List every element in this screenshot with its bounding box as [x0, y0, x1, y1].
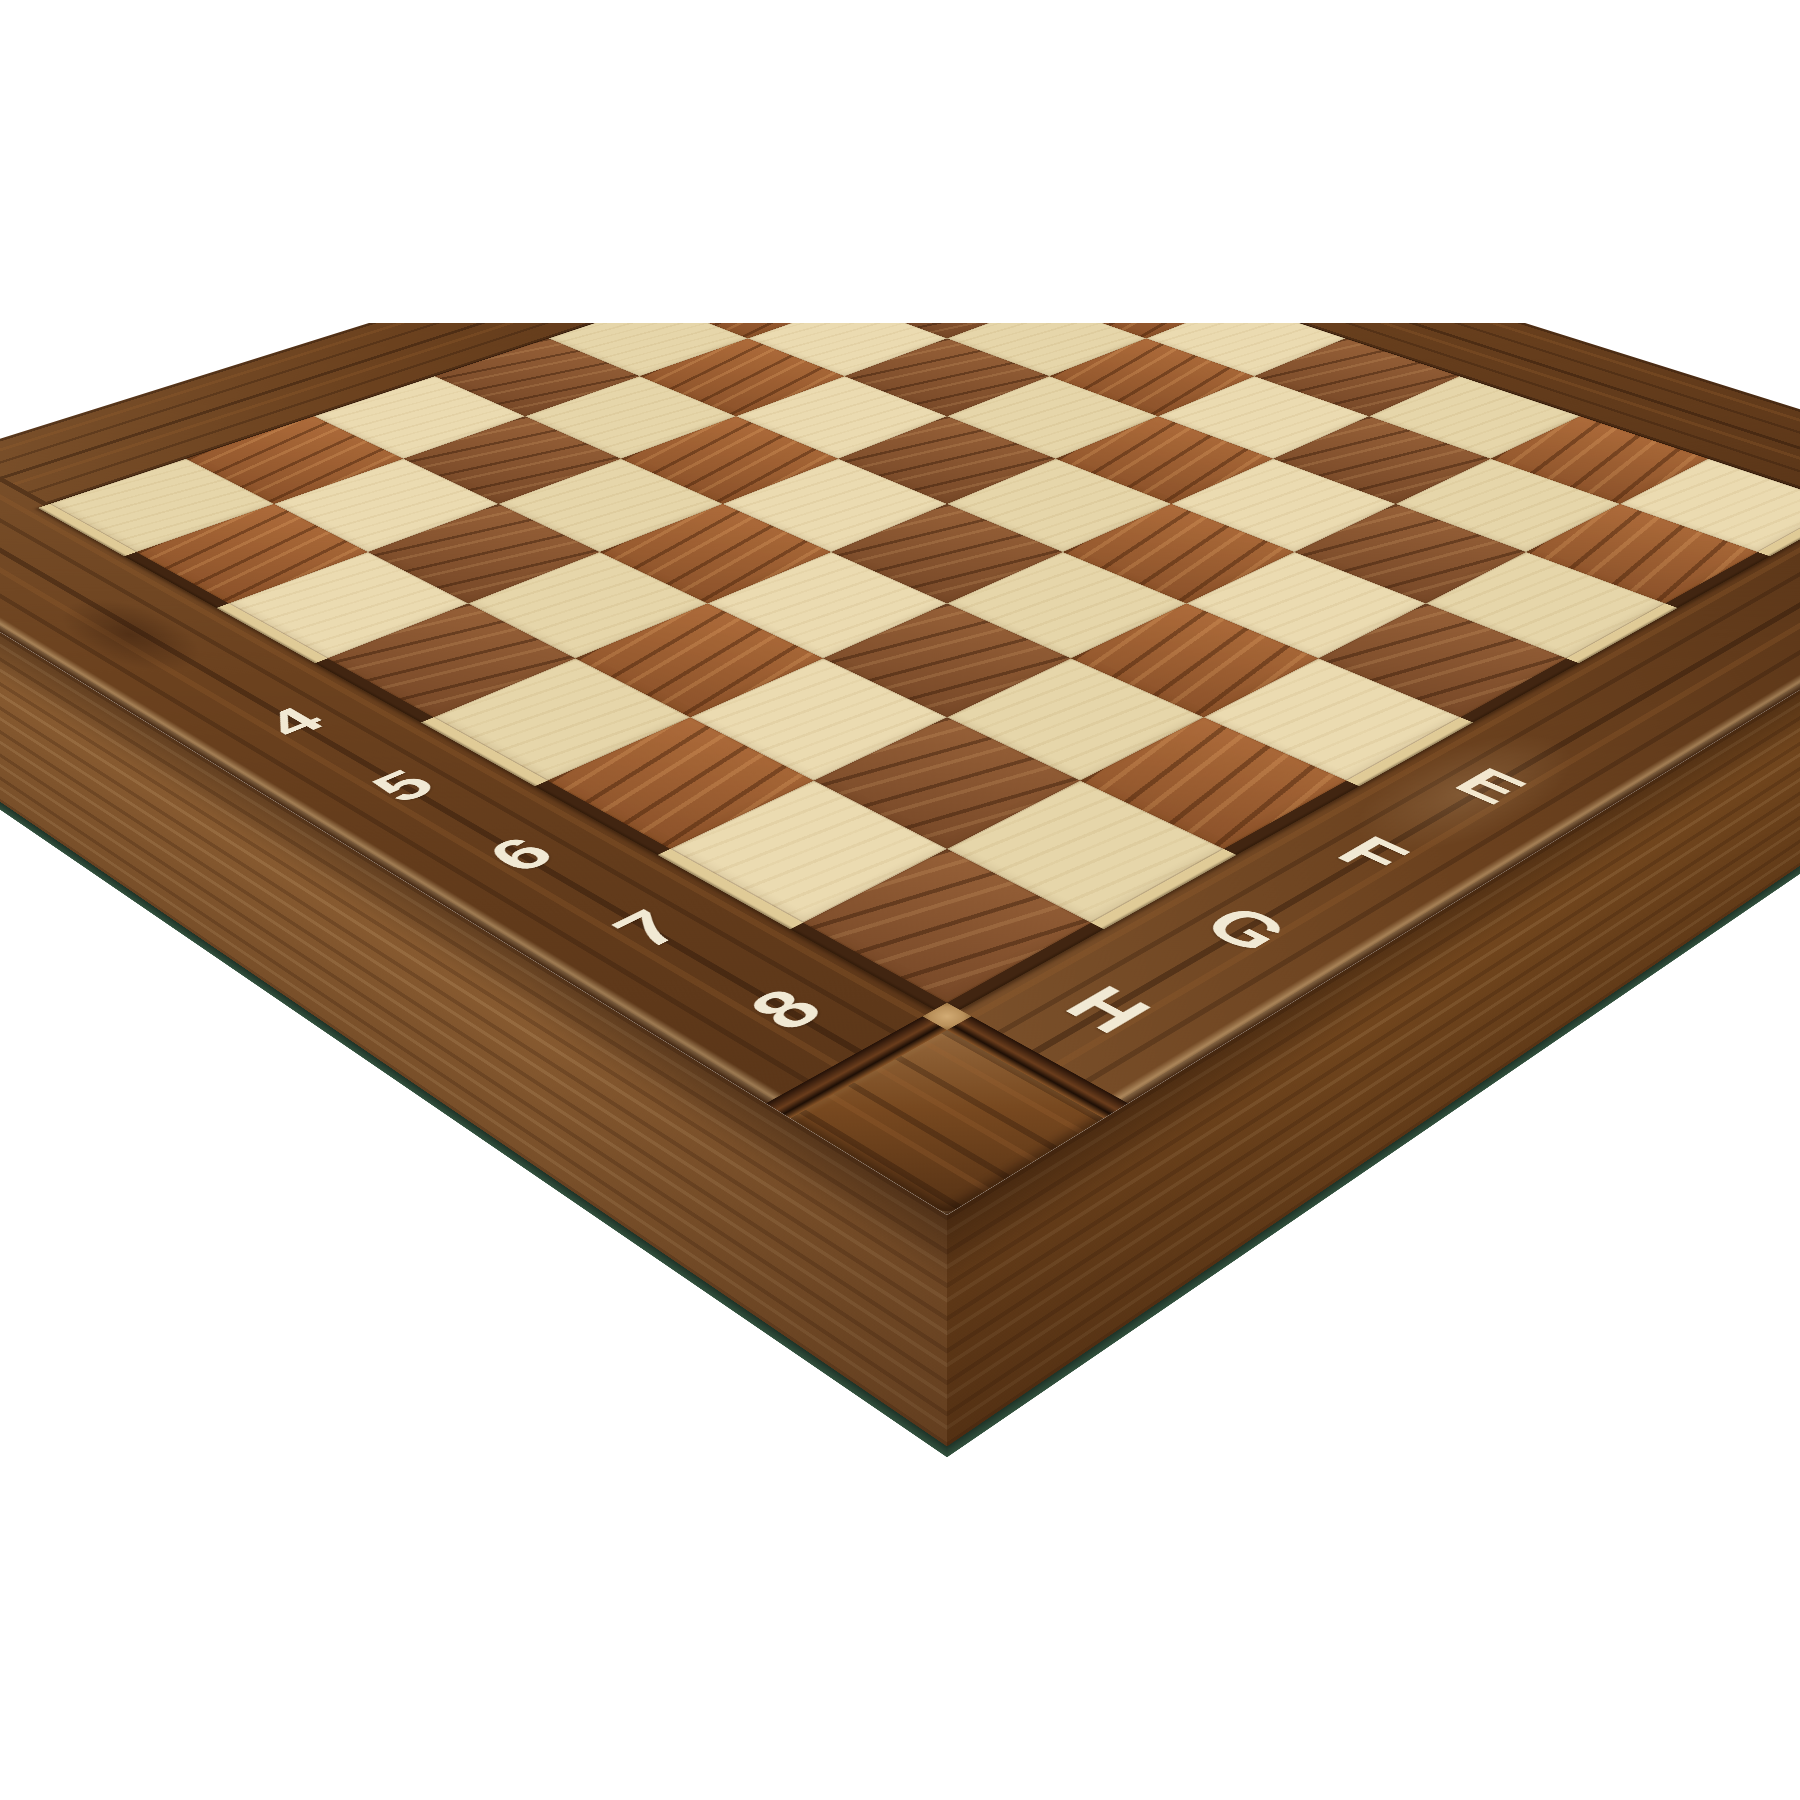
chessboard: HGFE 87654	[0, 323, 1800, 1215]
file-label-H: H	[1032, 967, 1186, 1053]
file-label-E: E	[1423, 752, 1559, 820]
file-label-G: G	[1173, 890, 1320, 969]
product-photo-canvas: HGFE 87654	[0, 0, 1800, 1800]
board-top-face: HGFE 87654	[0, 323, 1800, 1215]
rank-label-6: 6	[450, 818, 592, 891]
file-label-F: F	[1303, 818, 1445, 891]
rank-label-5: 5	[335, 752, 471, 820]
rank-label-4: 4	[228, 691, 359, 754]
photo-crop-white-band	[0, 0, 1800, 323]
rank-label-8: 8	[708, 967, 862, 1053]
board-scene: HGFE 87654	[0, 323, 1800, 1800]
rank-label-7: 7	[574, 890, 721, 969]
